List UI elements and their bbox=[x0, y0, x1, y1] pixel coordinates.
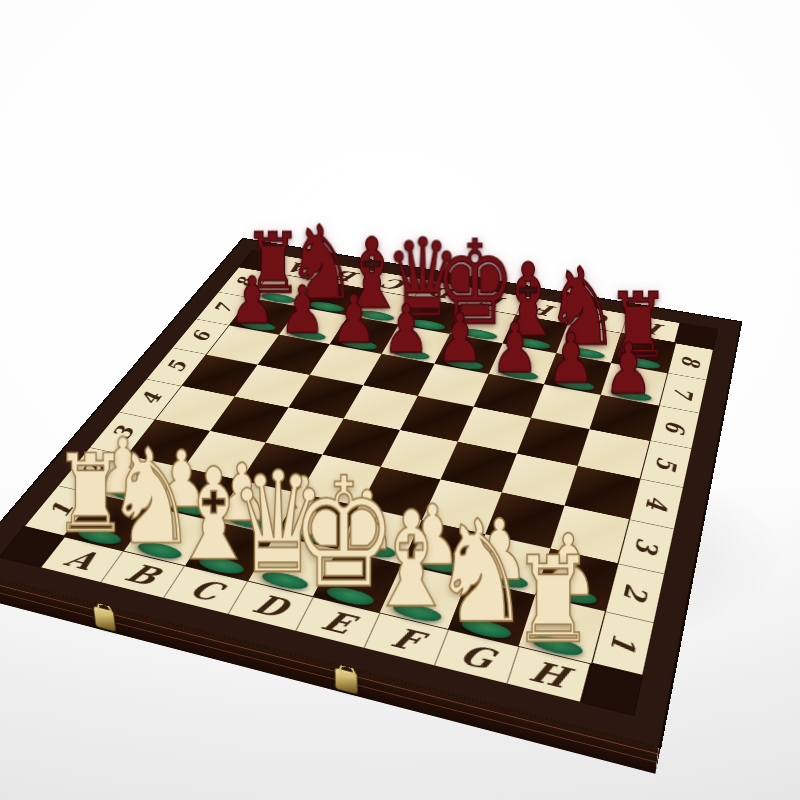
piece-red-pawn[interactable]: ♟ bbox=[583, 334, 674, 404]
chess-board: ABCDEFGH 87654321 ♜♞♝♛♚♝♞♜♟♟♟♟♟♟♟♟♟♟♟♟♟♟… bbox=[0, 239, 740, 746]
board-inner: ABCDEFGH 87654321 ♜♞♝♛♚♝♞♜♟♟♟♟♟♟♟♟♟♟♟♟♟♟… bbox=[0, 250, 718, 716]
photo-backdrop: ABCDEFGH 87654321 ♜♞♝♛♚♝♞♜♟♟♟♟♟♟♟♟♟♟♟♟♟♟… bbox=[0, 0, 800, 800]
piece-white-rook[interactable]: ♜ bbox=[495, 541, 611, 660]
board-squares: ♜♞♝♛♚♝♞♜♟♟♟♟♟♟♟♟♟♟♟♟♟♟♟♟♜♞♝♛♚♝♞♜ bbox=[64, 272, 675, 663]
square-h1[interactable]: ♜ bbox=[519, 595, 605, 663]
square-h7[interactable]: ♟ bbox=[601, 363, 667, 406]
brass-clasp bbox=[92, 605, 116, 632]
brass-clasp bbox=[334, 667, 358, 695]
